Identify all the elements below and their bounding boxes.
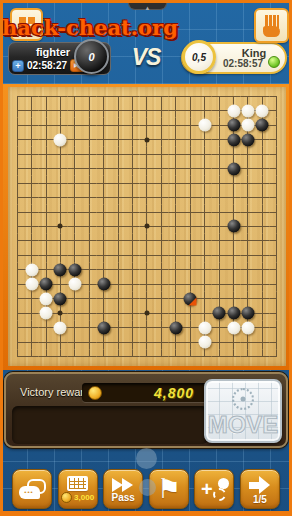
board-cell[interactable] xyxy=(68,277,82,291)
board-cell[interactable] xyxy=(82,306,96,320)
board-cell[interactable] xyxy=(226,335,240,349)
board-cell[interactable] xyxy=(125,89,139,103)
board-cell[interactable] xyxy=(255,292,269,306)
board-cell[interactable] xyxy=(169,234,183,248)
board-cell[interactable] xyxy=(10,89,24,103)
board-cell[interactable] xyxy=(39,234,53,248)
board-cell[interactable] xyxy=(212,161,226,175)
board-cell[interactable] xyxy=(270,219,284,233)
board-cell[interactable] xyxy=(140,161,154,175)
board-cell[interactable] xyxy=(212,321,226,335)
board-cell[interactable] xyxy=(154,118,168,132)
board-cell[interactable] xyxy=(212,132,226,146)
board-cell[interactable] xyxy=(154,277,168,291)
board-cell[interactable] xyxy=(39,321,53,335)
board-cell[interactable] xyxy=(197,147,211,161)
board-cell[interactable] xyxy=(270,176,284,190)
board-cell[interactable] xyxy=(212,277,226,291)
board-cell[interactable] xyxy=(97,350,111,364)
board-cell[interactable] xyxy=(125,190,139,204)
board-cell[interactable] xyxy=(125,306,139,320)
board-cell[interactable] xyxy=(97,190,111,204)
board-cell[interactable] xyxy=(125,118,139,132)
board-cell[interactable] xyxy=(39,205,53,219)
board-cell[interactable] xyxy=(154,248,168,262)
board-cell[interactable] xyxy=(97,161,111,175)
board-cell[interactable] xyxy=(169,147,183,161)
board-cell[interactable] xyxy=(82,190,96,204)
board-cell[interactable] xyxy=(226,306,240,320)
board-cell[interactable] xyxy=(183,234,197,248)
board-cell[interactable] xyxy=(111,263,125,277)
board-cell[interactable] xyxy=(255,277,269,291)
board-cell[interactable] xyxy=(212,263,226,277)
board-cell[interactable] xyxy=(97,118,111,132)
board-cell[interactable] xyxy=(10,219,24,233)
board-cell[interactable] xyxy=(24,292,38,306)
board-cell[interactable] xyxy=(154,147,168,161)
board-cell[interactable] xyxy=(255,248,269,262)
board-cell[interactable] xyxy=(140,277,154,291)
board-cell[interactable] xyxy=(154,205,168,219)
move-button[interactable]: MOVE xyxy=(204,379,282,443)
board-cell[interactable] xyxy=(169,350,183,364)
board-cell[interactable] xyxy=(39,147,53,161)
board-cell[interactable] xyxy=(10,147,24,161)
board-cell[interactable] xyxy=(97,292,111,306)
board-cell[interactable] xyxy=(270,321,284,335)
board-cell[interactable] xyxy=(255,103,269,117)
board-cell[interactable] xyxy=(125,277,139,291)
board-cell[interactable] xyxy=(212,147,226,161)
board-cell[interactable] xyxy=(97,321,111,335)
board-cell[interactable] xyxy=(125,248,139,262)
board-cell[interactable] xyxy=(197,292,211,306)
board-cell[interactable] xyxy=(111,292,125,306)
board-cell[interactable] xyxy=(53,118,67,132)
board-cell[interactable] xyxy=(183,103,197,117)
board-cell[interactable] xyxy=(154,234,168,248)
board-cell[interactable] xyxy=(68,350,82,364)
board-cell[interactable] xyxy=(24,132,38,146)
board-cell[interactable] xyxy=(197,190,211,204)
board-cell[interactable] xyxy=(183,176,197,190)
board-cell[interactable] xyxy=(10,306,24,320)
board-cell[interactable] xyxy=(255,89,269,103)
board-cell[interactable] xyxy=(24,103,38,117)
board-cell[interactable] xyxy=(183,132,197,146)
board-cell[interactable] xyxy=(24,219,38,233)
board-cell[interactable] xyxy=(39,292,53,306)
board-cell[interactable] xyxy=(154,89,168,103)
board-cell[interactable] xyxy=(183,263,197,277)
board-cell[interactable] xyxy=(183,219,197,233)
board-cell[interactable] xyxy=(125,263,139,277)
board-cell[interactable] xyxy=(24,263,38,277)
board-cell[interactable] xyxy=(212,350,226,364)
board-cell[interactable] xyxy=(68,132,82,146)
board-cell[interactable] xyxy=(241,176,255,190)
board-cell[interactable] xyxy=(82,263,96,277)
board-cell[interactable] xyxy=(68,263,82,277)
board-cell[interactable] xyxy=(197,234,211,248)
board-cell[interactable] xyxy=(241,292,255,306)
board-cell[interactable] xyxy=(226,248,240,262)
board-cell[interactable] xyxy=(255,132,269,146)
board-cell[interactable] xyxy=(197,263,211,277)
board-cell[interactable] xyxy=(125,161,139,175)
board-cell[interactable] xyxy=(10,190,24,204)
board-cell[interactable] xyxy=(82,176,96,190)
board-cell[interactable] xyxy=(154,190,168,204)
board-cell[interactable] xyxy=(125,292,139,306)
board-cell[interactable] xyxy=(169,118,183,132)
board-cell[interactable] xyxy=(111,176,125,190)
board-cell[interactable] xyxy=(241,147,255,161)
board-cell[interactable] xyxy=(53,132,67,146)
board-cell[interactable] xyxy=(140,292,154,306)
board-cell[interactable] xyxy=(82,219,96,233)
board-cell[interactable] xyxy=(270,335,284,349)
board-cell[interactable] xyxy=(183,292,197,306)
board-cell[interactable] xyxy=(154,306,168,320)
board-cell[interactable] xyxy=(111,321,125,335)
board-cell[interactable] xyxy=(226,132,240,146)
board-cell[interactable] xyxy=(53,176,67,190)
board-cell[interactable] xyxy=(197,161,211,175)
board-cell[interactable] xyxy=(53,248,67,262)
board-cell[interactable] xyxy=(169,263,183,277)
board-cell[interactable] xyxy=(24,89,38,103)
board-cell[interactable] xyxy=(82,103,96,117)
board-cell[interactable] xyxy=(197,132,211,146)
board-cell[interactable] xyxy=(183,89,197,103)
board-cell[interactable] xyxy=(212,89,226,103)
board-cell[interactable] xyxy=(183,248,197,262)
board-cell[interactable] xyxy=(10,335,24,349)
board-cell[interactable] xyxy=(39,306,53,320)
board-cell[interactable] xyxy=(24,335,38,349)
board-cell[interactable] xyxy=(82,205,96,219)
board-cell[interactable] xyxy=(212,335,226,349)
board-cell[interactable] xyxy=(241,277,255,291)
board-cell[interactable] xyxy=(39,263,53,277)
board-cell[interactable] xyxy=(255,161,269,175)
board-cell[interactable] xyxy=(97,176,111,190)
board-cell[interactable] xyxy=(140,306,154,320)
board-cell[interactable] xyxy=(10,234,24,248)
board-cell[interactable] xyxy=(82,248,96,262)
board-cell[interactable] xyxy=(226,219,240,233)
board-cell[interactable] xyxy=(111,219,125,233)
board-cell[interactable] xyxy=(169,248,183,262)
board-cell[interactable] xyxy=(226,147,240,161)
board-cell[interactable] xyxy=(183,147,197,161)
board-cell[interactable] xyxy=(68,147,82,161)
board-cell[interactable] xyxy=(125,321,139,335)
board-cell[interactable] xyxy=(24,205,38,219)
board-cell[interactable] xyxy=(212,219,226,233)
board-cell[interactable] xyxy=(154,292,168,306)
board-cell[interactable] xyxy=(10,205,24,219)
board-cell[interactable] xyxy=(68,335,82,349)
board-cell[interactable] xyxy=(154,103,168,117)
board-cell[interactable] xyxy=(82,292,96,306)
board-cell[interactable] xyxy=(10,263,24,277)
board-cell[interactable] xyxy=(197,118,211,132)
board-cell[interactable] xyxy=(125,103,139,117)
board-cell[interactable] xyxy=(68,161,82,175)
board-cell[interactable] xyxy=(82,277,96,291)
board-cell[interactable] xyxy=(39,89,53,103)
board-cell[interactable] xyxy=(169,132,183,146)
board-cell[interactable] xyxy=(226,234,240,248)
board-cell[interactable] xyxy=(169,292,183,306)
board-cell[interactable] xyxy=(68,118,82,132)
board-cell[interactable] xyxy=(226,292,240,306)
board-cell[interactable] xyxy=(226,190,240,204)
board-cell[interactable] xyxy=(53,161,67,175)
board-cell[interactable] xyxy=(140,176,154,190)
board-cell[interactable] xyxy=(169,335,183,349)
board-cell[interactable] xyxy=(24,248,38,262)
board-cell[interactable] xyxy=(241,118,255,132)
board-cell[interactable] xyxy=(140,335,154,349)
board-cell[interactable] xyxy=(270,103,284,117)
board-cell[interactable] xyxy=(183,118,197,132)
board-cell[interactable] xyxy=(140,147,154,161)
board-cell[interactable] xyxy=(97,103,111,117)
board-cell[interactable] xyxy=(10,277,24,291)
board-cell[interactable] xyxy=(255,263,269,277)
board-cell[interactable] xyxy=(270,147,284,161)
board-cell[interactable] xyxy=(125,176,139,190)
board-cell[interactable] xyxy=(111,234,125,248)
board-cell[interactable] xyxy=(111,248,125,262)
board-cell[interactable] xyxy=(39,103,53,117)
board-cell[interactable] xyxy=(212,205,226,219)
board-cell[interactable] xyxy=(169,219,183,233)
board-cell[interactable] xyxy=(140,321,154,335)
board-cell[interactable] xyxy=(111,277,125,291)
board-cell[interactable] xyxy=(53,103,67,117)
board-cell[interactable] xyxy=(24,118,38,132)
board-cell[interactable] xyxy=(169,161,183,175)
board-cell[interactable] xyxy=(24,176,38,190)
board-cell[interactable] xyxy=(226,103,240,117)
board-cell[interactable] xyxy=(270,263,284,277)
hand-button[interactable] xyxy=(254,8,289,43)
board-cell[interactable] xyxy=(241,263,255,277)
board-cell[interactable] xyxy=(111,190,125,204)
board-cell[interactable] xyxy=(111,335,125,349)
board-cell[interactable] xyxy=(53,277,67,291)
board-cell[interactable] xyxy=(97,335,111,349)
board-cell[interactable] xyxy=(197,103,211,117)
board-cell[interactable] xyxy=(197,350,211,364)
board-cell[interactable] xyxy=(169,277,183,291)
board-cell[interactable] xyxy=(140,219,154,233)
board-cell[interactable] xyxy=(270,277,284,291)
board-cell[interactable] xyxy=(226,263,240,277)
board-cell[interactable] xyxy=(24,277,38,291)
board-cell[interactable] xyxy=(39,335,53,349)
board-cell[interactable] xyxy=(53,263,67,277)
board-cell[interactable] xyxy=(68,103,82,117)
board-cell[interactable] xyxy=(39,118,53,132)
board-cell[interactable] xyxy=(39,176,53,190)
board-cell[interactable] xyxy=(197,89,211,103)
board-cell[interactable] xyxy=(82,350,96,364)
board-cell[interactable] xyxy=(270,350,284,364)
board-cell[interactable] xyxy=(10,292,24,306)
board-cell[interactable] xyxy=(255,176,269,190)
board-cell[interactable] xyxy=(140,89,154,103)
board-cell[interactable] xyxy=(68,321,82,335)
board-cell[interactable] xyxy=(241,335,255,349)
board-cell[interactable] xyxy=(255,205,269,219)
board-cell[interactable] xyxy=(97,263,111,277)
board-cell[interactable] xyxy=(68,248,82,262)
board-cell[interactable] xyxy=(68,89,82,103)
board-cell[interactable] xyxy=(169,103,183,117)
board-cell[interactable] xyxy=(154,263,168,277)
board-cell[interactable] xyxy=(169,190,183,204)
board-cell[interactable] xyxy=(241,248,255,262)
board-cell[interactable] xyxy=(226,118,240,132)
board-cell[interactable] xyxy=(82,161,96,175)
board-cell[interactable] xyxy=(53,335,67,349)
board-cell[interactable] xyxy=(154,161,168,175)
board-cell[interactable] xyxy=(270,132,284,146)
board-cell[interactable] xyxy=(183,350,197,364)
board-cell[interactable] xyxy=(111,205,125,219)
board-cell[interactable] xyxy=(183,190,197,204)
board-cell[interactable] xyxy=(39,219,53,233)
board-cell[interactable] xyxy=(125,147,139,161)
board-cell[interactable] xyxy=(212,118,226,132)
board-cell[interactable] xyxy=(169,205,183,219)
board-cell[interactable] xyxy=(226,89,240,103)
board-cell[interactable] xyxy=(226,161,240,175)
board-cell[interactable] xyxy=(212,234,226,248)
board-cell[interactable] xyxy=(212,190,226,204)
board-cell[interactable] xyxy=(82,89,96,103)
board-cell[interactable] xyxy=(212,248,226,262)
board-cell[interactable] xyxy=(140,234,154,248)
board-cell[interactable] xyxy=(97,89,111,103)
board-cell[interactable] xyxy=(241,350,255,364)
plus-icon[interactable]: + xyxy=(12,60,24,72)
board-cell[interactable] xyxy=(97,306,111,320)
board-cell[interactable] xyxy=(53,321,67,335)
board-cell[interactable] xyxy=(241,132,255,146)
board-cell[interactable] xyxy=(53,234,67,248)
next-page-button[interactable]: 1/5 xyxy=(240,469,280,509)
board-cell[interactable] xyxy=(197,248,211,262)
board-cell[interactable] xyxy=(169,306,183,320)
board-cell[interactable] xyxy=(241,190,255,204)
board-cell[interactable] xyxy=(270,234,284,248)
board-cell[interactable] xyxy=(111,118,125,132)
board-cell[interactable] xyxy=(270,248,284,262)
board-cell[interactable] xyxy=(97,234,111,248)
board-cell[interactable] xyxy=(169,89,183,103)
board-cell[interactable] xyxy=(197,219,211,233)
board-cell[interactable] xyxy=(68,234,82,248)
board-cell[interactable] xyxy=(270,190,284,204)
board-cell[interactable] xyxy=(24,350,38,364)
board-cell[interactable] xyxy=(125,350,139,364)
pull-tab[interactable] xyxy=(128,0,167,10)
board-cell[interactable] xyxy=(24,147,38,161)
board-cell[interactable] xyxy=(183,161,197,175)
board-cell[interactable] xyxy=(197,321,211,335)
board-cell[interactable] xyxy=(68,176,82,190)
board-cell[interactable] xyxy=(68,190,82,204)
board-cell[interactable] xyxy=(111,306,125,320)
calculator-button[interactable]: 3,000 xyxy=(58,469,98,509)
board-cell[interactable] xyxy=(97,248,111,262)
board-cell[interactable] xyxy=(183,321,197,335)
board-cell[interactable] xyxy=(154,132,168,146)
board-cell[interactable] xyxy=(125,335,139,349)
board-cell[interactable] xyxy=(82,147,96,161)
drag-handle-dot[interactable] xyxy=(139,479,156,496)
board-cell[interactable] xyxy=(270,118,284,132)
board-cell[interactable] xyxy=(68,219,82,233)
board-cell[interactable] xyxy=(270,292,284,306)
board-cell[interactable] xyxy=(10,118,24,132)
board-cell[interactable] xyxy=(39,350,53,364)
board-cell[interactable] xyxy=(226,176,240,190)
board-cell[interactable] xyxy=(197,205,211,219)
board-cell[interactable] xyxy=(97,205,111,219)
board-cell[interactable] xyxy=(140,190,154,204)
board-cell[interactable] xyxy=(140,103,154,117)
board-cell[interactable] xyxy=(111,350,125,364)
pass-button[interactable]: Pass xyxy=(103,469,143,509)
board-cell[interactable] xyxy=(241,321,255,335)
board-cell[interactable] xyxy=(154,335,168,349)
board-cell[interactable] xyxy=(24,306,38,320)
board-cell[interactable] xyxy=(53,219,67,233)
board-cell[interactable] xyxy=(53,292,67,306)
board-cell[interactable] xyxy=(255,350,269,364)
board-cell[interactable] xyxy=(125,132,139,146)
board-cell[interactable] xyxy=(53,190,67,204)
board-cell[interactable] xyxy=(197,335,211,349)
board-cell[interactable] xyxy=(24,161,38,175)
board-cell[interactable] xyxy=(24,190,38,204)
board-cell[interactable] xyxy=(241,89,255,103)
board-cell[interactable] xyxy=(270,161,284,175)
board-cell[interactable] xyxy=(140,248,154,262)
board-cell[interactable] xyxy=(10,103,24,117)
board-cell[interactable] xyxy=(97,219,111,233)
board-cell[interactable] xyxy=(212,306,226,320)
board-cell[interactable] xyxy=(270,205,284,219)
board-cell[interactable] xyxy=(241,103,255,117)
board-cell[interactable] xyxy=(111,147,125,161)
board-cell[interactable] xyxy=(226,205,240,219)
board-cell[interactable] xyxy=(140,205,154,219)
board-cell[interactable] xyxy=(197,176,211,190)
board-cell[interactable] xyxy=(241,306,255,320)
board-cell[interactable] xyxy=(270,89,284,103)
board-cell[interactable] xyxy=(53,350,67,364)
board-cell[interactable] xyxy=(140,118,154,132)
